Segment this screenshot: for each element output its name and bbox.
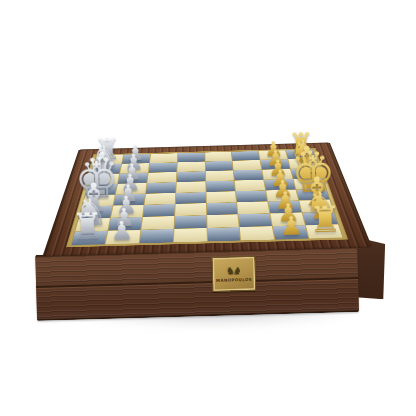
square[interactable]: [233, 160, 262, 170]
box-lid-seam: [36, 276, 358, 287]
square[interactable]: [205, 161, 233, 171]
brand-name: MANOPOULOS: [216, 276, 252, 282]
board-perspective: ♜♟♟♜♞♟♟♞♝♟♟♝♛♟♟♛♚♟♟♚♝♟♟♝♞♟♟♞♜♟♟♜: [39, 127, 372, 257]
square[interactable]: [234, 170, 263, 181]
silver-pawn[interactable]: ♟: [110, 218, 133, 244]
square[interactable]: [240, 226, 274, 240]
square[interactable]: [206, 191, 236, 203]
gold-pawn[interactable]: ♟: [280, 213, 303, 239]
square[interactable]: ♜: [71, 231, 107, 245]
square[interactable]: [150, 153, 177, 163]
gold-rook[interactable]: ♜: [309, 201, 342, 238]
board-grid: ♜♟♟♜♞♟♟♞♝♟♟♝♛♟♟♛♚♟♟♚♝♟♟♝♞♟♟♞♜♟♟♜: [70, 149, 343, 245]
square[interactable]: [176, 181, 205, 192]
square[interactable]: [205, 170, 234, 181]
square[interactable]: [176, 171, 204, 182]
square[interactable]: ♜: [306, 225, 343, 239]
square[interactable]: [143, 204, 175, 217]
square[interactable]: [175, 203, 206, 216]
square[interactable]: ♟: [105, 230, 140, 244]
brand-plaque: ♞♞ MANOPOULOS: [211, 256, 256, 292]
manopoulos-crest-icon: ♞♞: [226, 266, 242, 276]
square[interactable]: [177, 153, 204, 163]
square[interactable]: [232, 151, 260, 161]
chess-box: ♞♞ MANOPOULOS ♜♟♟♜♞♟♟♞♝♟♟♝♛♟♟♛♚♟♟♚♝♟♟♝♞♟…: [0, 0, 416, 416]
square[interactable]: [146, 182, 176, 193]
box-front-face: ♞♞ MANOPOULOS: [35, 246, 359, 321]
square[interactable]: [236, 190, 267, 202]
square[interactable]: [206, 203, 237, 216]
square[interactable]: ♟: [273, 225, 309, 239]
square[interactable]: [237, 202, 269, 214]
square[interactable]: [148, 162, 176, 172]
board-top: ♜♟♟♜♞♟♟♞♝♟♟♝♛♟♟♛♚♟♟♚♝♟♟♝♞♟♟♞♜♟♟♜: [42, 143, 372, 257]
silver-rook[interactable]: ♜: [71, 208, 104, 245]
chess-set-photo: ♞♞ MANOPOULOS ♜♟♟♜♞♟♟♞♝♟♟♝♛♟♟♛♚♟♟♚♝♟♟♝♞♟…: [0, 0, 416, 416]
square[interactable]: [147, 172, 176, 183]
square[interactable]: [175, 192, 205, 204]
square[interactable]: [141, 216, 174, 229]
square[interactable]: [144, 193, 175, 205]
